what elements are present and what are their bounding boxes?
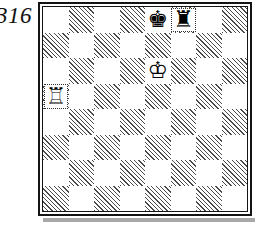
square-f1 — [171, 186, 197, 212]
square-g1 — [196, 186, 222, 212]
square-a8 — [43, 7, 69, 33]
chess-board: ♚♜♔♖ — [38, 2, 252, 216]
square-a7 — [43, 33, 69, 59]
square-c4 — [94, 109, 120, 135]
piece-white-rook: ♖ — [45, 85, 66, 108]
square-g7 — [196, 33, 222, 59]
square-g5 — [196, 84, 222, 110]
square-h5 — [222, 84, 248, 110]
square-f3 — [171, 135, 197, 161]
square-a5: ♖ — [43, 84, 69, 110]
puzzle-number: 316 — [0, 3, 32, 29]
square-h7 — [222, 33, 248, 59]
square-g8 — [196, 7, 222, 33]
square-d2 — [120, 160, 146, 186]
square-h3 — [222, 135, 248, 161]
square-d6 — [120, 58, 146, 84]
piece-white-king: ♔ — [147, 59, 168, 82]
square-c2 — [94, 160, 120, 186]
square-g3 — [196, 135, 222, 161]
square-e7 — [145, 33, 171, 59]
board-grid: ♚♜♔♖ — [43, 7, 247, 211]
square-a6 — [43, 58, 69, 84]
square-h6 — [222, 58, 248, 84]
square-b7 — [69, 33, 95, 59]
square-f7 — [171, 33, 197, 59]
square-b8 — [69, 7, 95, 33]
square-e6: ♔ — [145, 58, 171, 84]
square-f5 — [171, 84, 197, 110]
board-shadow — [43, 218, 255, 222]
square-g6 — [196, 58, 222, 84]
square-d5 — [120, 84, 146, 110]
square-b3 — [69, 135, 95, 161]
square-g2 — [196, 160, 222, 186]
square-a2 — [43, 160, 69, 186]
square-b5 — [69, 84, 95, 110]
square-c3 — [94, 135, 120, 161]
square-h4 — [222, 109, 248, 135]
square-c5 — [94, 84, 120, 110]
square-d7 — [120, 33, 146, 59]
square-e5 — [145, 84, 171, 110]
square-b4 — [69, 109, 95, 135]
square-f4 — [171, 109, 197, 135]
square-a1 — [43, 186, 69, 212]
square-f2 — [171, 160, 197, 186]
square-c7 — [94, 33, 120, 59]
square-c1 — [94, 186, 120, 212]
square-d8 — [120, 7, 146, 33]
square-g4 — [196, 109, 222, 135]
square-e1 — [145, 186, 171, 212]
square-b2 — [69, 160, 95, 186]
square-f8: ♜ — [171, 7, 197, 33]
square-e3 — [145, 135, 171, 161]
board-inner-frame: ♚♜♔♖ — [42, 6, 248, 212]
square-d1 — [120, 186, 146, 212]
square-d4 — [120, 109, 146, 135]
square-e8: ♚ — [145, 7, 171, 33]
piece-black-king: ♚ — [147, 8, 168, 31]
square-a4 — [43, 109, 69, 135]
square-h8 — [222, 7, 248, 33]
square-b6 — [69, 58, 95, 84]
square-c6 — [94, 58, 120, 84]
square-d3 — [120, 135, 146, 161]
square-e2 — [145, 160, 171, 186]
square-h1 — [222, 186, 248, 212]
square-c8 — [94, 7, 120, 33]
square-a3 — [43, 135, 69, 161]
square-f6 — [171, 58, 197, 84]
chess-diagram-page: 316 ♚♜♔♖ — [0, 0, 263, 225]
piece-black-rook: ♜ — [173, 8, 194, 31]
square-h2 — [222, 160, 248, 186]
square-b1 — [69, 186, 95, 212]
square-e4 — [145, 109, 171, 135]
